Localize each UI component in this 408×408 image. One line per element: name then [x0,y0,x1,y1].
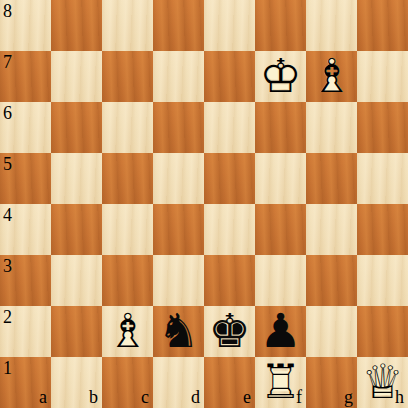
square-c5[interactable] [102,153,153,204]
square-f2[interactable]: ♟ [255,306,306,357]
square-h7[interactable] [357,51,408,102]
square-c2[interactable]: ♝♗ [102,306,153,357]
rank-label-6: 6 [3,104,12,122]
rank-label-5: 5 [3,155,12,173]
square-f6[interactable] [255,102,306,153]
chess-board: 87♚♔♝♗65432♝♗♞♚♟1abcdef♜♖gh♛♕ [0,0,408,408]
square-d7[interactable] [153,51,204,102]
black-knight-d2[interactable]: ♞ [153,306,204,357]
square-e8[interactable] [204,0,255,51]
square-e7[interactable] [204,51,255,102]
chess-diagram: 87♚♔♝♗65432♝♗♞♚♟1abcdef♜♖gh♛♕ [0,0,408,408]
black-king-e2[interactable]: ♚ [204,306,255,357]
square-g8[interactable] [306,0,357,51]
square-a3[interactable]: 3 [0,255,51,306]
square-a8[interactable]: 8 [0,0,51,51]
square-b6[interactable] [51,102,102,153]
square-c1[interactable]: c [102,357,153,408]
square-h4[interactable] [357,204,408,255]
square-f7[interactable]: ♚♔ [255,51,306,102]
square-d3[interactable] [153,255,204,306]
square-e3[interactable] [204,255,255,306]
square-d2[interactable]: ♞ [153,306,204,357]
white-bishop-c2[interactable]: ♝♗ [102,306,153,357]
square-f1[interactable]: f♜♖ [255,357,306,408]
square-a6[interactable]: 6 [0,102,51,153]
file-label-f: f [296,388,302,406]
square-h3[interactable] [357,255,408,306]
square-d1[interactable]: d [153,357,204,408]
square-c3[interactable] [102,255,153,306]
knight-glyph: ♞ [153,306,204,357]
square-g7[interactable]: ♝♗ [306,51,357,102]
square-a7[interactable]: 7 [0,51,51,102]
rank-label-3: 3 [3,257,12,275]
square-b1[interactable]: b [51,357,102,408]
square-g6[interactable] [306,102,357,153]
rank-label-2: 2 [3,308,12,326]
square-e1[interactable]: e [204,357,255,408]
square-b5[interactable] [51,153,102,204]
rank-label-8: 8 [3,2,12,20]
square-h2[interactable] [357,306,408,357]
square-a4[interactable]: 4 [0,204,51,255]
file-label-e: e [243,388,251,406]
square-d5[interactable] [153,153,204,204]
rank-label-7: 7 [3,53,12,71]
square-e6[interactable] [204,102,255,153]
square-c4[interactable] [102,204,153,255]
square-h8[interactable] [357,0,408,51]
square-h5[interactable] [357,153,408,204]
square-e4[interactable] [204,204,255,255]
king-glyph: ♚ [204,306,255,357]
square-e2[interactable]: ♚ [204,306,255,357]
square-f5[interactable] [255,153,306,204]
square-b4[interactable] [51,204,102,255]
square-e5[interactable] [204,153,255,204]
square-g2[interactable] [306,306,357,357]
square-g1[interactable]: g [306,357,357,408]
square-f4[interactable] [255,204,306,255]
file-label-c: c [141,388,149,406]
file-label-g: g [344,388,353,406]
file-label-h: h [395,388,404,406]
white-king-f7[interactable]: ♚♔ [255,51,306,102]
square-c6[interactable] [102,102,153,153]
square-d6[interactable] [153,102,204,153]
square-h6[interactable] [357,102,408,153]
square-d4[interactable] [153,204,204,255]
square-b2[interactable] [51,306,102,357]
rank-label-1: 1 [3,359,12,377]
bishop-outline-glyph: ♗ [102,306,153,357]
file-label-a: a [39,388,47,406]
pawn-glyph: ♟ [255,306,306,357]
square-f8[interactable] [255,0,306,51]
square-c7[interactable] [102,51,153,102]
square-c8[interactable] [102,0,153,51]
bishop-outline-glyph: ♗ [306,51,357,102]
file-label-b: b [89,388,98,406]
king-outline-glyph: ♔ [255,51,306,102]
square-a2[interactable]: 2 [0,306,51,357]
square-h1[interactable]: h♛♕ [357,357,408,408]
square-g4[interactable] [306,204,357,255]
rank-label-4: 4 [3,206,12,224]
black-pawn-f2[interactable]: ♟ [255,306,306,357]
square-b3[interactable] [51,255,102,306]
square-f3[interactable] [255,255,306,306]
square-b7[interactable] [51,51,102,102]
square-b8[interactable] [51,0,102,51]
white-bishop-g7[interactable]: ♝♗ [306,51,357,102]
square-d8[interactable] [153,0,204,51]
file-label-d: d [191,388,200,406]
square-a1[interactable]: 1a [0,357,51,408]
square-g3[interactable] [306,255,357,306]
square-g5[interactable] [306,153,357,204]
square-a5[interactable]: 5 [0,153,51,204]
